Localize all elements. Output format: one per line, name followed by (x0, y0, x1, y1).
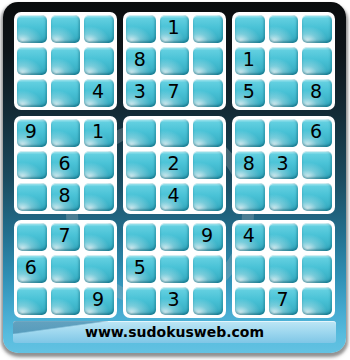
cell-r6c7[interactable] (235, 183, 265, 211)
cell-r9c5[interactable]: 3 (160, 287, 190, 315)
cell-r8c9[interactable] (302, 255, 332, 283)
cell-r3c1[interactable] (17, 79, 47, 107)
cell-r7c4[interactable] (126, 223, 156, 251)
cell-r5c4[interactable] (126, 151, 156, 179)
cell-r6c1[interactable] (17, 183, 47, 211)
cell-r7c6[interactable]: 9 (193, 223, 223, 251)
cell-r9c9[interactable] (302, 287, 332, 315)
cell-r8c8[interactable] (269, 255, 299, 283)
cell-r3c8[interactable] (269, 79, 299, 107)
cell-r3c3[interactable]: 4 (84, 79, 114, 107)
cell-r5c5[interactable]: 2 (160, 151, 190, 179)
cell-r7c7[interactable]: 4 (235, 223, 265, 251)
footer-band: www.sudokusweb.com (13, 321, 336, 343)
cell-r5c3[interactable] (84, 151, 114, 179)
cell-r1c2[interactable] (51, 15, 81, 43)
cell-r8c5[interactable] (160, 255, 190, 283)
cell-r5c1[interactable] (17, 151, 47, 179)
cell-r4c1[interactable]: 9 (17, 119, 47, 147)
sudoku-grid: 4183715891682468376995347 (14, 12, 335, 318)
cell-r4c7[interactable] (235, 119, 265, 147)
cell-r1c8[interactable] (269, 15, 299, 43)
cell-r4c6[interactable] (193, 119, 223, 147)
website-link[interactable]: www.sudokusweb.com (85, 324, 264, 340)
cell-r1c4[interactable] (126, 15, 156, 43)
cell-r4c4[interactable] (126, 119, 156, 147)
cell-r3c9[interactable]: 8 (302, 79, 332, 107)
box-9: 47 (232, 220, 335, 318)
cell-r6c9[interactable] (302, 183, 332, 211)
box-2: 1837 (123, 12, 226, 110)
cell-r1c3[interactable] (84, 15, 114, 43)
cell-r6c8[interactable] (269, 183, 299, 211)
cell-r8c1[interactable]: 6 (17, 255, 47, 283)
cell-r9c7[interactable] (235, 287, 265, 315)
cell-r9c4[interactable] (126, 287, 156, 315)
cell-r1c1[interactable] (17, 15, 47, 43)
cell-r1c6[interactable] (193, 15, 223, 43)
cell-r5c6[interactable] (193, 151, 223, 179)
cell-r6c3[interactable] (84, 183, 114, 211)
cell-r5c2[interactable]: 6 (51, 151, 81, 179)
cell-r7c5[interactable] (160, 223, 190, 251)
cell-r5c8[interactable]: 3 (269, 151, 299, 179)
box-6: 683 (232, 116, 335, 214)
cell-r8c2[interactable] (51, 255, 81, 283)
cell-r8c3[interactable] (84, 255, 114, 283)
cell-r2c5[interactable] (160, 47, 190, 75)
cell-r7c3[interactable] (84, 223, 114, 251)
cell-r9c6[interactable] (193, 287, 223, 315)
cell-r3c6[interactable] (193, 79, 223, 107)
cell-r9c8[interactable]: 7 (269, 287, 299, 315)
cell-r4c2[interactable] (51, 119, 81, 147)
cell-r3c5[interactable]: 7 (160, 79, 190, 107)
cell-r9c3[interactable]: 9 (84, 287, 114, 315)
cell-r4c8[interactable] (269, 119, 299, 147)
box-5: 24 (123, 116, 226, 214)
sudoku-board: 4183715891682468376995347 www.sudokusweb… (3, 2, 346, 353)
cell-r8c4[interactable]: 5 (126, 255, 156, 283)
cell-r8c7[interactable] (235, 255, 265, 283)
cell-r7c8[interactable] (269, 223, 299, 251)
cell-r4c9[interactable]: 6 (302, 119, 332, 147)
cell-r4c5[interactable] (160, 119, 190, 147)
cell-r6c6[interactable] (193, 183, 223, 211)
cell-r7c2[interactable]: 7 (51, 223, 81, 251)
box-4: 9168 (14, 116, 117, 214)
cell-r2c3[interactable] (84, 47, 114, 75)
cell-r6c5[interactable]: 4 (160, 183, 190, 211)
cell-r7c9[interactable] (302, 223, 332, 251)
cell-r3c2[interactable] (51, 79, 81, 107)
box-7: 769 (14, 220, 117, 318)
cell-r6c2[interactable]: 8 (51, 183, 81, 211)
cell-r2c2[interactable] (51, 47, 81, 75)
cell-r1c7[interactable] (235, 15, 265, 43)
cell-r1c9[interactable] (302, 15, 332, 43)
cell-r2c7[interactable]: 1 (235, 47, 265, 75)
cell-r7c1[interactable] (17, 223, 47, 251)
cell-r9c2[interactable] (51, 287, 81, 315)
box-1: 4 (14, 12, 117, 110)
cell-r2c6[interactable] (193, 47, 223, 75)
cell-r4c3[interactable]: 1 (84, 119, 114, 147)
cell-r8c6[interactable] (193, 255, 223, 283)
box-8: 953 (123, 220, 226, 318)
cell-r2c1[interactable] (17, 47, 47, 75)
cell-r2c8[interactable] (269, 47, 299, 75)
cell-r2c9[interactable] (302, 47, 332, 75)
cell-r3c4[interactable]: 3 (126, 79, 156, 107)
cell-r9c1[interactable] (17, 287, 47, 315)
box-3: 158 (232, 12, 335, 110)
cell-r5c9[interactable] (302, 151, 332, 179)
cell-r5c7[interactable]: 8 (235, 151, 265, 179)
cell-r2c4[interactable]: 8 (126, 47, 156, 75)
cell-r3c7[interactable]: 5 (235, 79, 265, 107)
cell-r1c5[interactable]: 1 (160, 15, 190, 43)
cell-r6c4[interactable] (126, 183, 156, 211)
